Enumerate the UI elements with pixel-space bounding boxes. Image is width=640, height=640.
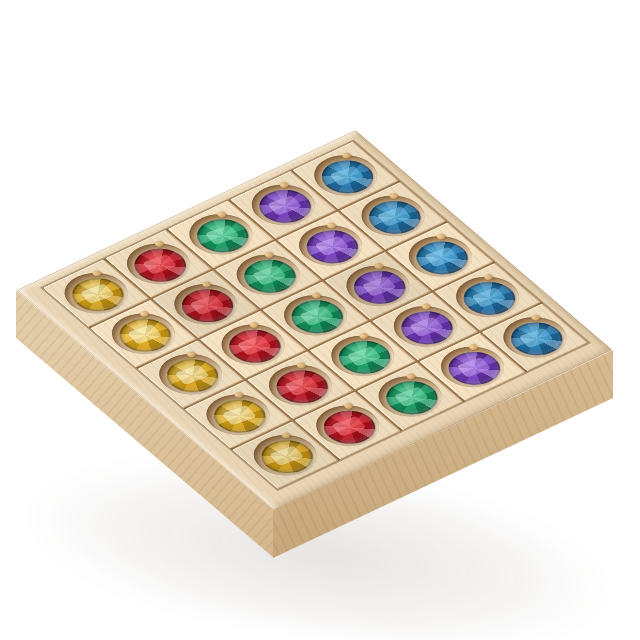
- wooden-bead: [467, 343, 479, 351]
- gem-blue[interactable]: [406, 235, 478, 281]
- gem-green[interactable]: [234, 253, 306, 299]
- gem-yellow[interactable]: [204, 393, 276, 439]
- wooden-bead: [280, 432, 292, 440]
- gem-blue[interactable]: [359, 194, 431, 240]
- wooden-bead: [482, 273, 494, 281]
- wooden-bead: [138, 310, 150, 318]
- wooden-bead: [420, 303, 432, 311]
- gem-purple[interactable]: [249, 183, 321, 229]
- wooden-bead: [185, 351, 197, 359]
- gem-red[interactable]: [172, 283, 244, 329]
- wooden-bead: [388, 192, 400, 200]
- gem-blue[interactable]: [453, 275, 525, 321]
- gem-purple[interactable]: [296, 224, 368, 270]
- gem-green[interactable]: [376, 375, 448, 421]
- wooden-bead: [233, 391, 245, 399]
- gem-purple[interactable]: [391, 305, 463, 351]
- wooden-bead: [216, 211, 228, 219]
- wooden-bead: [373, 262, 385, 270]
- gem-red[interactable]: [266, 364, 338, 410]
- gem-purple[interactable]: [438, 345, 510, 391]
- wooden-bead: [248, 321, 260, 329]
- gem-purple[interactable]: [344, 264, 416, 310]
- wooden-bead: [263, 251, 275, 259]
- gem-green[interactable]: [281, 294, 353, 340]
- gem-yellow[interactable]: [157, 353, 229, 399]
- product-photo-stage: [0, 0, 640, 640]
- gem-yellow[interactable]: [62, 272, 134, 318]
- gem-red[interactable]: [314, 404, 386, 450]
- gem-yellow[interactable]: [251, 434, 323, 480]
- wooden-bead: [342, 402, 354, 410]
- wooden-bead: [358, 332, 370, 340]
- gem-blue[interactable]: [501, 316, 573, 362]
- wooden-bead: [91, 270, 103, 278]
- wooden-bead: [405, 373, 417, 381]
- gem-red[interactable]: [124, 242, 196, 288]
- wooden-bead: [530, 314, 542, 322]
- wooden-bead: [340, 152, 352, 160]
- wooden-bead: [201, 281, 213, 289]
- wooden-bead: [435, 233, 447, 241]
- wooden-bead: [278, 181, 290, 189]
- wooden-bead: [325, 222, 337, 230]
- wooden-bead: [310, 292, 322, 300]
- gem-yellow[interactable]: [109, 312, 181, 358]
- wooden-bead: [295, 362, 307, 370]
- gem-green[interactable]: [329, 334, 401, 380]
- wooden-bead: [153, 240, 165, 248]
- gem-blue[interactable]: [312, 154, 384, 200]
- gem-green[interactable]: [187, 213, 259, 259]
- gem-red[interactable]: [219, 323, 291, 369]
